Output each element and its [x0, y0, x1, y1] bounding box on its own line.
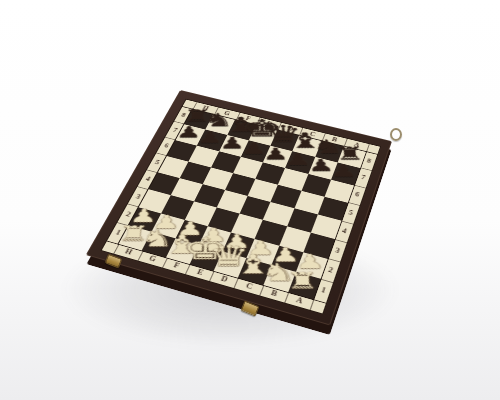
chess-board: HGFEDCBA HGFEDCBA 87654321 87654321 ♜♞♝♚…	[86, 90, 392, 325]
hanging-ring	[390, 128, 402, 141]
scene: HGFEDCBA HGFEDCBA 87654321 87654321 ♜♞♝♚…	[0, 0, 500, 400]
product-photo: HGFEDCBA HGFEDCBA 87654321 87654321 ♜♞♝♚…	[0, 0, 500, 400]
piece-black-pawn-a7: ♟	[312, 162, 376, 179]
piece-layer: ♜♞♝♚♛♝♞♜♟♟♟♟♟♟♟♟♟♟♟♟♟♟♟♟♜♞♝♚♛♝♞♜	[181, 91, 391, 142]
